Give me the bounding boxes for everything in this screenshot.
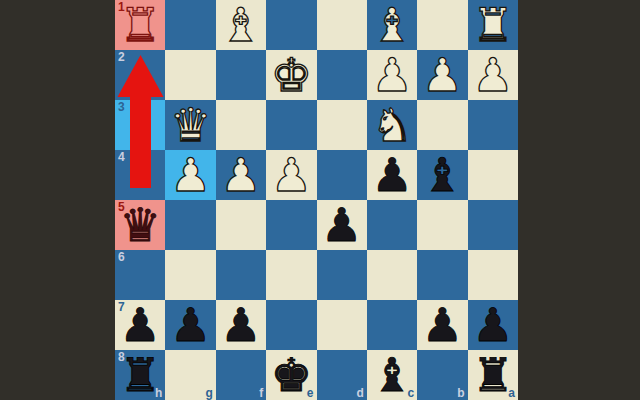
rank-label-2: 2 (118, 50, 125, 64)
square-g7[interactable]: ♟ (165, 300, 215, 350)
square-c6[interactable] (367, 250, 417, 300)
white-pawn[interactable]: ♟ (367, 50, 417, 100)
square-f8[interactable]: f (216, 350, 266, 400)
file-label-g: g (205, 386, 212, 400)
square-a8[interactable]: a♜ (468, 350, 518, 400)
white-pawn[interactable]: ♟ (165, 150, 215, 200)
square-b2[interactable]: ♟ (417, 50, 467, 100)
square-h2[interactable]: 2 (115, 50, 165, 100)
file-label-c: c (408, 386, 415, 400)
rank-label-7: 7 (118, 300, 125, 314)
square-d4[interactable] (317, 150, 367, 200)
square-e5[interactable] (266, 200, 316, 250)
square-b6[interactable] (417, 250, 467, 300)
square-e4[interactable]: ♟ (266, 150, 316, 200)
square-g8[interactable]: g (165, 350, 215, 400)
square-f7[interactable]: ♟ (216, 300, 266, 350)
square-h7[interactable]: 7♟ (115, 300, 165, 350)
rank-label-1: 1 (118, 0, 125, 14)
square-e1[interactable] (266, 0, 316, 50)
square-f3[interactable] (216, 100, 266, 150)
square-c4[interactable]: ♟ (367, 150, 417, 200)
file-label-d: d (357, 386, 364, 400)
square-g4[interactable]: ♟ (165, 150, 215, 200)
square-c1[interactable]: ♝ (367, 0, 417, 50)
black-pawn[interactable]: ♟ (165, 300, 215, 350)
square-c5[interactable] (367, 200, 417, 250)
black-pawn[interactable]: ♟ (367, 150, 417, 200)
square-b4[interactable]: ♝ (417, 150, 467, 200)
square-e7[interactable] (266, 300, 316, 350)
square-a3[interactable] (468, 100, 518, 150)
black-bishop[interactable]: ♝ (417, 150, 467, 200)
square-f2[interactable] (216, 50, 266, 100)
white-pawn[interactable]: ♟ (266, 150, 316, 200)
square-c8[interactable]: c♝ (367, 350, 417, 400)
square-d8[interactable]: d (317, 350, 367, 400)
square-g2[interactable] (165, 50, 215, 100)
white-knight[interactable]: ♞ (367, 100, 417, 150)
square-d2[interactable] (317, 50, 367, 100)
square-d7[interactable] (317, 300, 367, 350)
square-h8[interactable]: 8h♜ (115, 350, 165, 400)
square-f4[interactable]: ♟ (216, 150, 266, 200)
square-a1[interactable]: ♜ (468, 0, 518, 50)
black-pawn[interactable]: ♟ (216, 300, 266, 350)
square-e3[interactable] (266, 100, 316, 150)
square-g1[interactable] (165, 0, 215, 50)
white-king[interactable]: ♚ (266, 50, 316, 100)
square-a5[interactable] (468, 200, 518, 250)
file-label-b: b (457, 386, 464, 400)
white-pawn[interactable]: ♟ (216, 150, 266, 200)
chess-board: 1♜♝♝♜2♚♟♟♟3♛♞4♟♟♟♟♝5♛♟67♟♟♟♟♟8h♜gfe♚dc♝b… (115, 0, 518, 400)
square-g3[interactable]: ♛ (165, 100, 215, 150)
white-bishop[interactable]: ♝ (216, 0, 266, 50)
square-e8[interactable]: e♚ (266, 350, 316, 400)
white-bishop[interactable]: ♝ (367, 0, 417, 50)
white-pawn[interactable]: ♟ (417, 50, 467, 100)
file-label-f: f (259, 386, 263, 400)
square-e2[interactable]: ♚ (266, 50, 316, 100)
square-a7[interactable]: ♟ (468, 300, 518, 350)
square-b1[interactable] (417, 0, 467, 50)
black-pawn[interactable]: ♟ (317, 200, 367, 250)
black-pawn[interactable]: ♟ (468, 300, 518, 350)
square-a4[interactable] (468, 150, 518, 200)
square-b5[interactable] (417, 200, 467, 250)
rank-label-4: 4 (118, 150, 125, 164)
square-g6[interactable] (165, 250, 215, 300)
rank-label-5: 5 (118, 200, 125, 214)
square-b8[interactable]: b (417, 350, 467, 400)
rank-label-3: 3 (118, 100, 125, 114)
square-e6[interactable] (266, 250, 316, 300)
file-label-a: a (508, 386, 515, 400)
square-g5[interactable] (165, 200, 215, 250)
rank-label-6: 6 (118, 250, 125, 264)
square-d3[interactable] (317, 100, 367, 150)
white-rook[interactable]: ♜ (468, 0, 518, 50)
file-label-e: e (307, 386, 314, 400)
square-b3[interactable] (417, 100, 467, 150)
square-h1[interactable]: 1♜ (115, 0, 165, 50)
square-d1[interactable] (317, 0, 367, 50)
white-queen[interactable]: ♛ (165, 100, 215, 150)
square-h4[interactable]: 4 (115, 150, 165, 200)
square-d5[interactable]: ♟ (317, 200, 367, 250)
page-background: 1♜♝♝♜2♚♟♟♟3♛♞4♟♟♟♟♝5♛♟67♟♟♟♟♟8h♜gfe♚dc♝b… (0, 0, 640, 400)
square-a6[interactable] (468, 250, 518, 300)
square-c7[interactable] (367, 300, 417, 350)
square-a2[interactable]: ♟ (468, 50, 518, 100)
rank-label-8: 8 (118, 350, 125, 364)
square-c2[interactable]: ♟ (367, 50, 417, 100)
black-pawn[interactable]: ♟ (417, 300, 467, 350)
square-c3[interactable]: ♞ (367, 100, 417, 150)
square-f6[interactable] (216, 250, 266, 300)
square-d6[interactable] (317, 250, 367, 300)
file-label-h: h (155, 386, 162, 400)
square-f1[interactable]: ♝ (216, 0, 266, 50)
white-pawn[interactable]: ♟ (468, 50, 518, 100)
square-h5[interactable]: 5♛ (115, 200, 165, 250)
square-h6[interactable]: 6 (115, 250, 165, 300)
square-f5[interactable] (216, 200, 266, 250)
square-h3[interactable]: 3 (115, 100, 165, 150)
square-b7[interactable]: ♟ (417, 300, 467, 350)
